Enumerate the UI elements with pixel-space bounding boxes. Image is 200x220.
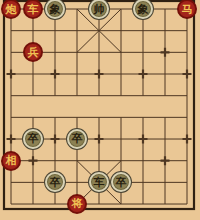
piece-black-general-e0[interactable]: 帅 xyxy=(89,0,109,19)
board-point-g0[interactable]: 象 xyxy=(132,0,154,20)
piece-red-soldier-b2[interactable]: 兵 xyxy=(23,42,43,62)
pieces-layer: 炮车象帅象马兵卒卒相卒车卒将 xyxy=(0,0,198,215)
board-point-c8[interactable]: 卒 xyxy=(44,171,66,193)
piece-red-horse-i0[interactable]: 马 xyxy=(177,0,197,19)
piece-black-elephant-g0[interactable]: 象 xyxy=(133,0,153,19)
piece-black-soldier-b6[interactable]: 卒 xyxy=(23,129,43,149)
board-point-b0[interactable]: 车 xyxy=(22,0,44,20)
board-point-b6[interactable]: 卒 xyxy=(22,128,44,150)
piece-black-elephant-c0[interactable]: 象 xyxy=(45,0,65,19)
board-point-a0[interactable]: 炮 xyxy=(0,0,22,20)
piece-red-general-d9[interactable]: 将 xyxy=(67,194,87,214)
piece-black-soldier-f8[interactable]: 卒 xyxy=(111,172,131,192)
xiangqi-board[interactable]: 炮车象帅象马兵卒卒相卒车卒将 xyxy=(0,0,200,220)
piece-red-cannon-a0[interactable]: 炮 xyxy=(1,0,21,19)
piece-black-chariot-e8[interactable]: 车 xyxy=(89,172,109,192)
board-point-f8[interactable]: 卒 xyxy=(110,171,132,193)
board-point-i0[interactable]: 马 xyxy=(176,0,198,20)
board-point-b2[interactable]: 兵 xyxy=(22,41,44,63)
board-point-a7[interactable]: 相 xyxy=(0,150,22,172)
piece-red-chariot-b0[interactable]: 车 xyxy=(23,0,43,19)
piece-black-soldier-d6[interactable]: 卒 xyxy=(67,129,87,149)
piece-black-soldier-c8[interactable]: 卒 xyxy=(45,172,65,192)
board-point-d6[interactable]: 卒 xyxy=(66,128,88,150)
board-point-e0[interactable]: 帅 xyxy=(88,0,110,20)
piece-red-elephant-a7[interactable]: 相 xyxy=(1,151,21,171)
board-point-d9[interactable]: 将 xyxy=(66,193,88,215)
board-point-c0[interactable]: 象 xyxy=(44,0,66,20)
board-point-e8[interactable]: 车 xyxy=(88,171,110,193)
